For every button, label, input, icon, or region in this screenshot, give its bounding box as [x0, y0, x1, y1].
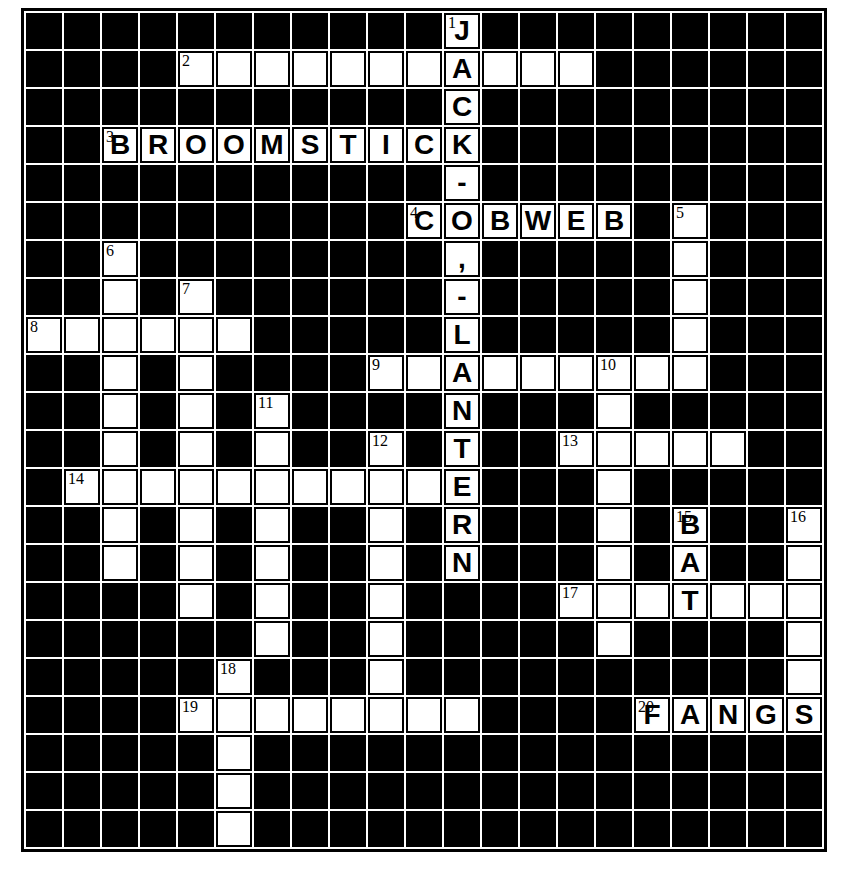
- block-r11c10: [406, 431, 442, 467]
- block-r14c14: [558, 545, 594, 581]
- cell-letter: W: [522, 205, 554, 237]
- block-r21c1: [64, 811, 100, 847]
- block-r16c7: [292, 621, 328, 657]
- block-r5c2: [102, 203, 138, 239]
- cell-letter: N: [712, 699, 744, 731]
- cell-r3c8[interactable]: T: [330, 127, 366, 163]
- block-r19c10: [406, 735, 442, 771]
- block-r2c5: [216, 89, 252, 125]
- block-r18c14: [558, 697, 594, 733]
- block-r13c7: [292, 507, 328, 543]
- block-r14c0: [26, 545, 62, 581]
- block-r2c12: [482, 89, 518, 125]
- block-r4c2: [102, 165, 138, 201]
- cell-r8c1[interactable]: [64, 317, 100, 353]
- block-r17c3: [140, 659, 176, 695]
- block-r2c9: [368, 89, 404, 125]
- cell-r1c10[interactable]: [406, 51, 442, 87]
- cell-r3c9[interactable]: I: [368, 127, 404, 163]
- block-r20c18: [710, 773, 746, 809]
- cell-r13c2[interactable]: [102, 507, 138, 543]
- cell-r4c11[interactable]: -: [444, 165, 480, 201]
- block-r20c15: [596, 773, 632, 809]
- cell-r5c14[interactable]: E: [558, 203, 594, 239]
- cell-r16c6[interactable]: [254, 621, 290, 657]
- cell-letter: O: [446, 205, 478, 237]
- cell-r9c10[interactable]: [406, 355, 442, 391]
- cell-r1c13[interactable]: [520, 51, 556, 87]
- cell-r12c6[interactable]: [254, 469, 290, 505]
- cell-r11c15[interactable]: [596, 431, 632, 467]
- cell-r14c17[interactable]: A: [672, 545, 708, 581]
- cell-r11c4[interactable]: [178, 431, 214, 467]
- cell-letter: ,: [446, 243, 478, 275]
- cell-r7c4[interactable]: 7: [178, 279, 214, 315]
- cell-r12c7[interactable]: [292, 469, 328, 505]
- cell-r14c9[interactable]: [368, 545, 404, 581]
- cell-r18c10[interactable]: [406, 697, 442, 733]
- block-r6c3: [140, 241, 176, 277]
- block-r21c6: [254, 811, 290, 847]
- cell-r1c7[interactable]: [292, 51, 328, 87]
- cell-r8c0[interactable]: 8: [26, 317, 62, 353]
- cell-r10c2[interactable]: [102, 393, 138, 429]
- block-r16c5: [216, 621, 252, 657]
- cell-r15c17[interactable]: T: [672, 583, 708, 619]
- cell-r5c13[interactable]: W: [520, 203, 556, 239]
- block-r4c14: [558, 165, 594, 201]
- cell-r7c11[interactable]: -: [444, 279, 480, 315]
- cell-letter: A: [446, 53, 478, 85]
- block-r12c16: [634, 469, 670, 505]
- block-r12c20: [786, 469, 822, 505]
- block-r4c6: [254, 165, 290, 201]
- cell-r8c11[interactable]: L: [444, 317, 480, 353]
- block-r17c11: [444, 659, 480, 695]
- block-r9c1: [64, 355, 100, 391]
- block-r1c15: [596, 51, 632, 87]
- cell-r3c4[interactable]: O: [178, 127, 214, 163]
- block-r21c16: [634, 811, 670, 847]
- cell-r18c9[interactable]: [368, 697, 404, 733]
- block-r1c19: [748, 51, 784, 87]
- block-r16c12: [482, 621, 518, 657]
- block-r12c0: [26, 469, 62, 505]
- cell-r1c8[interactable]: [330, 51, 366, 87]
- cell-r18c11[interactable]: [444, 697, 480, 733]
- block-r10c12: [482, 393, 518, 429]
- block-r14c8: [330, 545, 366, 581]
- cell-r18c5[interactable]: [216, 697, 252, 733]
- block-r0c18: [710, 13, 746, 49]
- cell-r3c10[interactable]: C: [406, 127, 442, 163]
- clue-number-11: 11: [258, 395, 273, 412]
- block-r6c16: [634, 241, 670, 277]
- block-r16c0: [26, 621, 62, 657]
- block-r8c10: [406, 317, 442, 353]
- cell-r11c6[interactable]: [254, 431, 290, 467]
- cell-r9c4[interactable]: [178, 355, 214, 391]
- cell-r11c14[interactable]: 13: [558, 431, 594, 467]
- cell-r5c11[interactable]: O: [444, 203, 480, 239]
- block-r17c2: [102, 659, 138, 695]
- block-r6c9: [368, 241, 404, 277]
- block-r3c18: [710, 127, 746, 163]
- cell-r15c6[interactable]: [254, 583, 290, 619]
- cell-letter: S: [294, 129, 326, 161]
- block-r0c15: [596, 13, 632, 49]
- cell-letter: A: [674, 547, 706, 579]
- cell-r14c4[interactable]: [178, 545, 214, 581]
- block-r3c19: [748, 127, 784, 163]
- clue-number-5: 5: [676, 205, 684, 222]
- cell-letter: C: [446, 91, 478, 123]
- block-r7c5: [216, 279, 252, 315]
- cell-r16c9[interactable]: [368, 621, 404, 657]
- block-r9c8: [330, 355, 366, 391]
- cell-r7c2[interactable]: [102, 279, 138, 315]
- block-r4c17: [672, 165, 708, 201]
- cell-r11c18[interactable]: [710, 431, 746, 467]
- cell-r5c12[interactable]: B: [482, 203, 518, 239]
- cell-r15c18[interactable]: [710, 583, 746, 619]
- cell-r13c17[interactable]: 15B: [672, 507, 708, 543]
- cell-r7c17[interactable]: [672, 279, 708, 315]
- cell-r10c4[interactable]: [178, 393, 214, 429]
- block-r15c5: [216, 583, 252, 619]
- cell-r15c19[interactable]: [748, 583, 784, 619]
- cell-r18c17[interactable]: A: [672, 697, 708, 733]
- cell-r14c6[interactable]: [254, 545, 290, 581]
- block-r4c12: [482, 165, 518, 201]
- cell-r11c2[interactable]: [102, 431, 138, 467]
- cell-letter: N: [446, 547, 478, 579]
- cell-r3c2[interactable]: 3B: [102, 127, 138, 163]
- cell-r6c2[interactable]: 6: [102, 241, 138, 277]
- cell-r10c11[interactable]: N: [444, 393, 480, 429]
- block-r3c16: [634, 127, 670, 163]
- block-r21c4: [178, 811, 214, 847]
- block-r2c8: [330, 89, 366, 125]
- block-r17c7: [292, 659, 328, 695]
- clue-number-12: 12: [372, 433, 388, 450]
- block-r16c2: [102, 621, 138, 657]
- block-r5c9: [368, 203, 404, 239]
- block-r8c12: [482, 317, 518, 353]
- block-r20c2: [102, 773, 138, 809]
- cell-r11c16[interactable]: [634, 431, 670, 467]
- block-r18c12: [482, 697, 518, 733]
- block-r4c20: [786, 165, 822, 201]
- cell-r9c11[interactable]: A: [444, 355, 480, 391]
- block-r14c13: [520, 545, 556, 581]
- cell-r12c4[interactable]: [178, 469, 214, 505]
- block-r5c0: [26, 203, 62, 239]
- block-r15c7: [292, 583, 328, 619]
- block-r13c5: [216, 507, 252, 543]
- block-r2c6: [254, 89, 290, 125]
- block-r3c1: [64, 127, 100, 163]
- block-r1c16: [634, 51, 670, 87]
- cell-letter: E: [446, 471, 478, 503]
- block-r4c7: [292, 165, 328, 201]
- block-r20c0: [26, 773, 62, 809]
- cell-r9c13[interactable]: [520, 355, 556, 391]
- block-r16c1: [64, 621, 100, 657]
- cell-r12c9[interactable]: [368, 469, 404, 505]
- cell-r18c18[interactable]: N: [710, 697, 746, 733]
- block-r19c17: [672, 735, 708, 771]
- block-r5c8: [330, 203, 366, 239]
- block-r19c3: [140, 735, 176, 771]
- cell-r15c9[interactable]: [368, 583, 404, 619]
- block-r0c3: [140, 13, 176, 49]
- cell-r20c5[interactable]: [216, 773, 252, 809]
- block-r4c13: [520, 165, 556, 201]
- clue-number-17: 17: [562, 585, 578, 602]
- cell-r9c15[interactable]: 10: [596, 355, 632, 391]
- block-r12c13: [520, 469, 556, 505]
- cell-letter: K: [446, 129, 478, 161]
- cell-r3c5[interactable]: O: [216, 127, 252, 163]
- cell-r13c15[interactable]: [596, 507, 632, 543]
- cell-r1c14[interactable]: [558, 51, 594, 87]
- cell-r17c5[interactable]: 18: [216, 659, 252, 695]
- cell-r18c6[interactable]: [254, 697, 290, 733]
- block-r15c0: [26, 583, 62, 619]
- block-r16c13: [520, 621, 556, 657]
- cell-r9c2[interactable]: [102, 355, 138, 391]
- block-r20c20: [786, 773, 822, 809]
- block-r21c11: [444, 811, 480, 847]
- block-r13c16: [634, 507, 670, 543]
- cell-r0c11[interactable]: 1J: [444, 13, 480, 49]
- cell-r5c15[interactable]: B: [596, 203, 632, 239]
- cell-r3c7[interactable]: S: [292, 127, 328, 163]
- cell-r15c14[interactable]: 17: [558, 583, 594, 619]
- cell-r18c8[interactable]: [330, 697, 366, 733]
- block-r19c19: [748, 735, 784, 771]
- block-r17c19: [748, 659, 784, 695]
- block-r7c0: [26, 279, 62, 315]
- clue-number-3: 3: [106, 129, 114, 146]
- cell-r21c5[interactable]: [216, 811, 252, 847]
- cell-r1c9[interactable]: [368, 51, 404, 87]
- block-r19c9: [368, 735, 404, 771]
- cell-r11c11[interactable]: T: [444, 431, 480, 467]
- block-r18c1: [64, 697, 100, 733]
- cell-r1c5[interactable]: [216, 51, 252, 87]
- cell-r15c15[interactable]: [596, 583, 632, 619]
- cell-r12c5[interactable]: [216, 469, 252, 505]
- cell-r1c6[interactable]: [254, 51, 290, 87]
- block-r14c19: [748, 545, 784, 581]
- cell-r13c6[interactable]: [254, 507, 290, 543]
- cell-letter: I: [370, 129, 402, 161]
- clue-number-18: 18: [220, 661, 236, 678]
- block-r11c12: [482, 431, 518, 467]
- cell-r15c16[interactable]: [634, 583, 670, 619]
- block-r10c1: [64, 393, 100, 429]
- block-r8c6: [254, 317, 290, 353]
- block-r17c8: [330, 659, 366, 695]
- clue-number-10: 10: [600, 357, 616, 374]
- block-r4c3: [140, 165, 176, 201]
- block-r5c20: [786, 203, 822, 239]
- cell-r13c20[interactable]: 16: [786, 507, 822, 543]
- block-r21c0: [26, 811, 62, 847]
- cell-r3c3[interactable]: R: [140, 127, 176, 163]
- block-r10c5: [216, 393, 252, 429]
- clue-number-13: 13: [562, 433, 578, 450]
- block-r21c20: [786, 811, 822, 847]
- cell-r9c9[interactable]: 9: [368, 355, 404, 391]
- cell-r13c11[interactable]: R: [444, 507, 480, 543]
- cell-r12c1[interactable]: 14: [64, 469, 100, 505]
- cell-r11c17[interactable]: [672, 431, 708, 467]
- block-r4c16: [634, 165, 670, 201]
- cell-letter: R: [446, 509, 478, 541]
- cell-letter: N: [446, 395, 478, 427]
- cell-r12c3[interactable]: [140, 469, 176, 505]
- block-r10c10: [406, 393, 442, 429]
- cell-r8c4[interactable]: [178, 317, 214, 353]
- cell-r9c14[interactable]: [558, 355, 594, 391]
- cell-r10c6[interactable]: 11: [254, 393, 290, 429]
- cell-letter: S: [788, 699, 820, 731]
- clue-number-14: 14: [68, 471, 84, 488]
- block-r19c11: [444, 735, 480, 771]
- cell-r3c11[interactable]: K: [444, 127, 480, 163]
- cell-r19c5[interactable]: [216, 735, 252, 771]
- cell-r16c15[interactable]: [596, 621, 632, 657]
- block-r6c5: [216, 241, 252, 277]
- cell-r1c12[interactable]: [482, 51, 518, 87]
- cell-r13c4[interactable]: [178, 507, 214, 543]
- cell-r14c2[interactable]: [102, 545, 138, 581]
- block-r7c8: [330, 279, 366, 315]
- block-r5c5: [216, 203, 252, 239]
- cell-r8c17[interactable]: [672, 317, 708, 353]
- block-r7c6: [254, 279, 290, 315]
- block-r5c19: [748, 203, 784, 239]
- cell-r18c4[interactable]: 19: [178, 697, 214, 733]
- cell-r13c9[interactable]: [368, 507, 404, 543]
- cell-r1c11[interactable]: A: [444, 51, 480, 87]
- cell-letter: A: [446, 357, 478, 389]
- cell-r6c11[interactable]: ,: [444, 241, 480, 277]
- cell-r9c12[interactable]: [482, 355, 518, 391]
- clue-number-8: 8: [30, 319, 38, 336]
- block-r5c16: [634, 203, 670, 239]
- cell-r1c4[interactable]: 2: [178, 51, 214, 87]
- cell-r17c20[interactable]: [786, 659, 822, 695]
- block-r16c18: [710, 621, 746, 657]
- cell-r11c9[interactable]: 12: [368, 431, 404, 467]
- cell-r12c15[interactable]: [596, 469, 632, 505]
- cell-r14c11[interactable]: N: [444, 545, 480, 581]
- block-r3c17: [672, 127, 708, 163]
- block-r20c13: [520, 773, 556, 809]
- cell-r10c15[interactable]: [596, 393, 632, 429]
- cell-r5c17[interactable]: 5: [672, 203, 708, 239]
- cell-r6c17[interactable]: [672, 241, 708, 277]
- cell-r17c9[interactable]: [368, 659, 404, 695]
- block-r12c17: [672, 469, 708, 505]
- block-r16c17: [672, 621, 708, 657]
- block-r2c15: [596, 89, 632, 125]
- cell-r8c3[interactable]: [140, 317, 176, 353]
- cell-r18c19[interactable]: G: [748, 697, 784, 733]
- block-r12c19: [748, 469, 784, 505]
- cell-r18c7[interactable]: [292, 697, 328, 733]
- cell-r16c20[interactable]: [786, 621, 822, 657]
- block-r10c8: [330, 393, 366, 429]
- cell-r3c6[interactable]: M: [254, 127, 290, 163]
- block-r1c0: [26, 51, 62, 87]
- block-r11c13: [520, 431, 556, 467]
- block-r17c4: [178, 659, 214, 695]
- block-r2c16: [634, 89, 670, 125]
- block-r14c16: [634, 545, 670, 581]
- block-r13c13: [520, 507, 556, 543]
- cell-letter: T: [674, 585, 706, 617]
- block-r0c10: [406, 13, 442, 49]
- block-r7c14: [558, 279, 594, 315]
- block-r16c3: [140, 621, 176, 657]
- cell-letter: B: [484, 205, 516, 237]
- block-r9c6: [254, 355, 290, 391]
- block-r20c6: [254, 773, 290, 809]
- block-r1c2: [102, 51, 138, 87]
- cell-r12c8[interactable]: [330, 469, 366, 505]
- cell-r9c16[interactable]: [634, 355, 670, 391]
- cell-r8c5[interactable]: [216, 317, 252, 353]
- crossword-board: 1J2AC3BROOMSTICK-4COBWEB56,7-8L9A1011N12…: [21, 8, 827, 852]
- block-r12c14: [558, 469, 594, 505]
- block-r17c10: [406, 659, 442, 695]
- cell-r12c10[interactable]: [406, 469, 442, 505]
- cell-r12c2[interactable]: [102, 469, 138, 505]
- cell-r12c11[interactable]: E: [444, 469, 480, 505]
- cell-r5c10[interactable]: 4C: [406, 203, 442, 239]
- block-r11c20: [786, 431, 822, 467]
- cell-r9c17[interactable]: [672, 355, 708, 391]
- cell-r2c11[interactable]: C: [444, 89, 480, 125]
- cell-r14c15[interactable]: [596, 545, 632, 581]
- block-r13c1: [64, 507, 100, 543]
- cell-r15c20[interactable]: [786, 583, 822, 619]
- block-r18c3: [140, 697, 176, 733]
- block-r2c18: [710, 89, 746, 125]
- block-r15c8: [330, 583, 366, 619]
- block-r6c8: [330, 241, 366, 277]
- block-r2c17: [672, 89, 708, 125]
- cell-r15c4[interactable]: [178, 583, 214, 619]
- block-r8c18: [710, 317, 746, 353]
- cell-r14c20[interactable]: [786, 545, 822, 581]
- block-r7c20: [786, 279, 822, 315]
- block-r2c10: [406, 89, 442, 125]
- block-r10c18: [710, 393, 746, 429]
- block-r20c10: [406, 773, 442, 809]
- block-r0c1: [64, 13, 100, 49]
- cell-r8c2[interactable]: [102, 317, 138, 353]
- cell-r18c16[interactable]: 20F: [634, 697, 670, 733]
- block-r20c4: [178, 773, 214, 809]
- block-r20c19: [748, 773, 784, 809]
- cell-r18c20[interactable]: S: [786, 697, 822, 733]
